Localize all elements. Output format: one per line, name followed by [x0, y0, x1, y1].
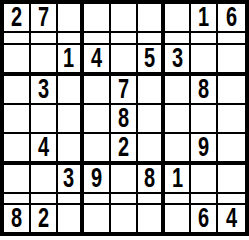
cell-r1c6[interactable] [138, 4, 165, 33]
cell-r4c9[interactable] [218, 76, 245, 105]
cell-r1c9[interactable]: 6 [218, 4, 245, 33]
cell-r1c2[interactable]: 7 [31, 4, 58, 33]
cell-r5c7[interactable] [165, 105, 192, 134]
cell-r5c4[interactable] [84, 105, 111, 134]
cell-r5c6[interactable] [138, 105, 165, 134]
cell-r2c1[interactable] [4, 33, 31, 45]
given-digit: 1 [171, 165, 182, 192]
cell-r7c2[interactable] [31, 165, 58, 194]
cell-r4c7[interactable] [165, 76, 192, 105]
cell-r4c2[interactable]: 3 [31, 76, 58, 105]
given-digit: 1 [63, 45, 74, 72]
cell-r6c7[interactable] [165, 134, 192, 165]
cell-r2c2[interactable] [31, 33, 58, 45]
cell-r3c1[interactable] [4, 45, 31, 76]
cell-r9c9[interactable]: 4 [218, 205, 245, 232]
given-digit: 1 [198, 4, 209, 31]
cell-r9c2[interactable]: 2 [31, 205, 58, 232]
cell-r3c7[interactable]: 3 [165, 45, 192, 76]
cell-r3c3[interactable]: 1 [58, 45, 85, 76]
given-digit: 8 [118, 105, 129, 132]
cell-r5c9[interactable] [218, 105, 245, 134]
cell-r6c3[interactable] [58, 134, 85, 165]
cell-r7c9[interactable] [218, 165, 245, 194]
cell-r4c1[interactable] [4, 76, 31, 105]
cell-r6c9[interactable] [218, 134, 245, 165]
cell-r1c5[interactable] [111, 4, 138, 33]
cell-r2c9[interactable] [218, 33, 245, 45]
given-digit: 7 [38, 4, 49, 31]
cell-r2c8[interactable] [191, 33, 218, 45]
cell-r7c4[interactable]: 9 [84, 165, 111, 194]
cell-r4c6[interactable] [138, 76, 165, 105]
cell-r9c4[interactable] [84, 205, 111, 232]
cell-r6c4[interactable] [84, 134, 111, 165]
cell-r5c8[interactable] [191, 105, 218, 134]
given-digit: 9 [91, 165, 102, 192]
cell-r1c8[interactable]: 1 [191, 4, 218, 33]
cell-r8c5[interactable] [111, 194, 138, 206]
cell-r7c6[interactable]: 8 [138, 165, 165, 194]
sudoku-page: 27161453378842939818264 [0, 0, 249, 240]
given-digit: 8 [198, 76, 209, 103]
cell-r5c5[interactable]: 8 [111, 105, 138, 134]
given-digit: 2 [11, 4, 22, 31]
given-digit: 3 [38, 76, 49, 103]
cell-r9c3[interactable] [58, 205, 85, 232]
cell-r3c5[interactable] [111, 45, 138, 76]
cell-r3c2[interactable] [31, 45, 58, 76]
cell-r8c7[interactable] [165, 194, 192, 206]
cell-r5c3[interactable] [58, 105, 85, 134]
cell-r6c6[interactable] [138, 134, 165, 165]
cell-r2c5[interactable] [111, 33, 138, 45]
cell-r3c9[interactable] [218, 45, 245, 76]
cell-r3c8[interactable] [191, 45, 218, 76]
cell-r5c2[interactable] [31, 105, 58, 134]
sudoku-board: 27161453378842939818264 [0, 0, 249, 236]
cell-r7c7[interactable]: 1 [165, 165, 192, 194]
cell-r6c5[interactable]: 2 [111, 134, 138, 165]
given-digit: 3 [63, 165, 74, 192]
cell-r6c8[interactable]: 9 [191, 134, 218, 165]
cell-r9c6[interactable] [138, 205, 165, 232]
given-digit: 8 [11, 205, 22, 232]
cell-r7c8[interactable] [191, 165, 218, 194]
given-digit: 7 [118, 76, 129, 103]
cell-r7c1[interactable] [4, 165, 31, 194]
given-digit: 2 [38, 205, 49, 232]
given-digit: 4 [91, 45, 102, 72]
cell-r9c1[interactable]: 8 [4, 205, 31, 232]
cell-r3c4[interactable]: 4 [84, 45, 111, 76]
cell-r5c1[interactable] [4, 105, 31, 134]
cell-r7c3[interactable]: 3 [58, 165, 85, 194]
cell-r4c5[interactable]: 7 [111, 76, 138, 105]
cell-r6c1[interactable] [4, 134, 31, 165]
given-digit: 4 [38, 134, 49, 161]
cell-r6c2[interactable]: 4 [31, 134, 58, 165]
cell-r1c1[interactable]: 2 [4, 4, 31, 33]
cell-r7c5[interactable] [111, 165, 138, 194]
given-digit: 5 [144, 45, 155, 72]
cell-r1c3[interactable] [58, 4, 85, 33]
given-digit: 3 [171, 45, 182, 72]
cell-r3c6[interactable]: 5 [138, 45, 165, 76]
given-digit: 8 [144, 165, 155, 192]
cell-r9c8[interactable]: 6 [191, 205, 218, 232]
cell-r8c6[interactable] [138, 194, 165, 206]
given-digit: 4 [226, 205, 237, 232]
given-digit: 6 [226, 4, 237, 31]
cell-r8c4[interactable] [84, 194, 111, 206]
cell-r4c4[interactable] [84, 76, 111, 105]
cell-r9c7[interactable] [165, 205, 192, 232]
cell-r4c8[interactable]: 8 [191, 76, 218, 105]
cell-r4c3[interactable] [58, 76, 85, 105]
given-digit: 6 [198, 205, 209, 232]
cell-r9c5[interactable] [111, 205, 138, 232]
given-digit: 2 [118, 134, 129, 161]
given-digit: 9 [198, 134, 209, 161]
cell-r8c3[interactable] [58, 194, 85, 206]
cell-r1c7[interactable] [165, 4, 192, 33]
cell-r1c4[interactable] [84, 4, 111, 33]
